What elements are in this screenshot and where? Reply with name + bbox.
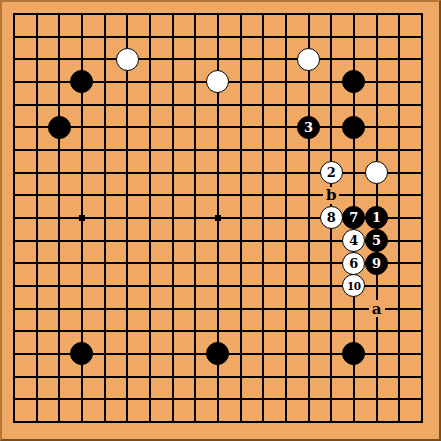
point-label-a: a	[369, 300, 385, 317]
stones-layer: 32871456910ba	[3, 3, 433, 433]
black-stone	[342, 342, 365, 365]
white-stone-move-2: 2	[320, 161, 343, 184]
white-stone	[116, 48, 139, 71]
black-stone-move-7: 7	[342, 206, 365, 229]
black-stone-move-1: 1	[365, 206, 388, 229]
black-stone	[342, 70, 365, 93]
white-stone-move-8: 8	[320, 206, 343, 229]
white-stone	[365, 161, 388, 184]
white-stone-move-10: 10	[342, 274, 365, 297]
black-stone	[70, 342, 93, 365]
black-stone-move-3: 3	[297, 116, 320, 139]
white-stone-move-4: 4	[342, 229, 365, 252]
black-stone	[206, 342, 229, 365]
black-stone-move-9: 9	[365, 252, 388, 275]
point-label-b: b	[323, 187, 339, 204]
board-grid[interactable]: 32871456910ba	[13, 13, 423, 423]
goban-diagram: 32871456910ba	[0, 0, 441, 441]
white-stone-move-6: 6	[342, 252, 365, 275]
white-stone	[297, 48, 320, 71]
black-stone	[70, 70, 93, 93]
black-stone-move-5: 5	[365, 229, 388, 252]
black-stone	[48, 116, 71, 139]
black-stone	[342, 116, 365, 139]
white-stone	[206, 70, 229, 93]
